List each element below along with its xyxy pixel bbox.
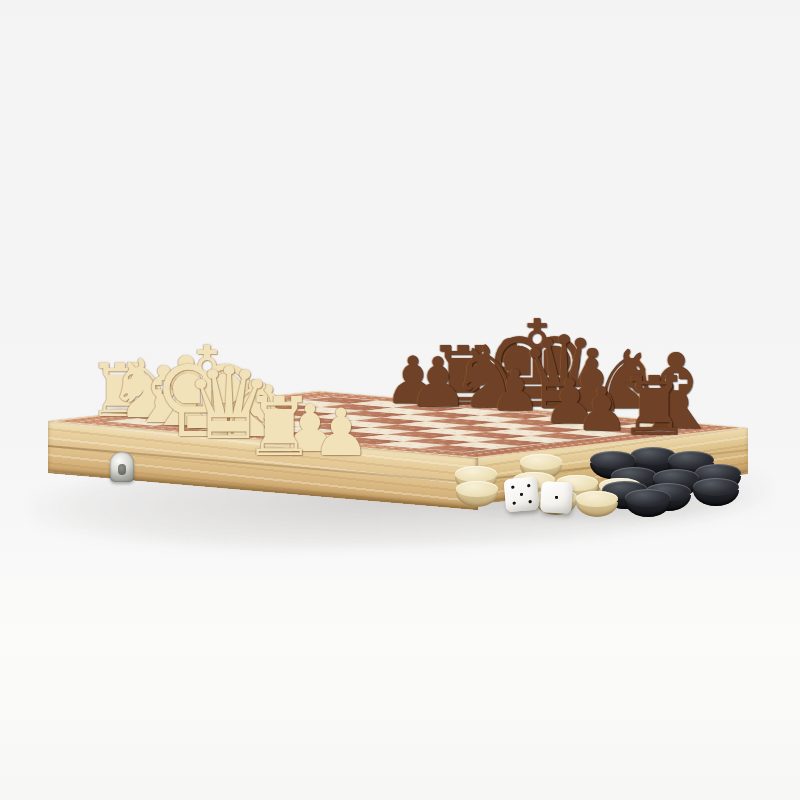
die-pip xyxy=(528,500,531,503)
disc-top xyxy=(456,481,498,498)
disc-top xyxy=(576,491,618,508)
white-pawn: ♟ xyxy=(309,400,374,465)
black-pawn: ♟ xyxy=(487,362,544,419)
black-checker-disc xyxy=(625,489,671,517)
die-pip-cell xyxy=(552,485,560,493)
die-pip xyxy=(555,496,558,499)
die-pip-cell xyxy=(545,485,553,493)
die-pip-cell xyxy=(552,501,560,509)
die-pip-cell xyxy=(560,486,568,494)
die-pip-cell xyxy=(544,493,552,501)
black-checker-disc xyxy=(693,478,739,506)
die-pip-cell xyxy=(516,489,525,498)
die-pip xyxy=(510,485,513,488)
die-pip-cell xyxy=(524,480,533,489)
product-photo-scene: ♜♞♝♝♚♟♛♞♟♜♟♟♟♟♜♞♝♟♚♛♟♟♟♞♜♝ xyxy=(0,0,800,800)
disc-top xyxy=(520,454,562,471)
metal-latch xyxy=(110,452,134,482)
die-pip-cell xyxy=(525,489,534,498)
die-pip-cell xyxy=(516,481,525,490)
ivory-checker-disc xyxy=(576,491,618,517)
die-pip xyxy=(527,483,530,486)
die-pip-cell xyxy=(560,493,568,501)
die-pip-cell xyxy=(508,490,517,499)
die-showing-5 xyxy=(503,476,539,512)
die-pip-cell xyxy=(517,498,526,507)
die-showing-1 xyxy=(540,481,573,514)
white-rook: ♜ xyxy=(239,387,320,468)
die-pip-cell xyxy=(544,500,552,508)
disc-top xyxy=(625,489,671,507)
die-pip-cell xyxy=(559,501,567,509)
die-pip xyxy=(512,501,515,504)
die-pip-cell xyxy=(526,497,535,506)
ivory-checker-disc xyxy=(456,481,498,507)
die-pip xyxy=(519,492,522,495)
black-rook: ♜ xyxy=(614,366,695,447)
disc-top xyxy=(693,478,739,496)
die-pip-cell xyxy=(552,493,560,501)
die-pip-cell xyxy=(507,482,516,491)
die-pip-cell xyxy=(509,499,518,508)
